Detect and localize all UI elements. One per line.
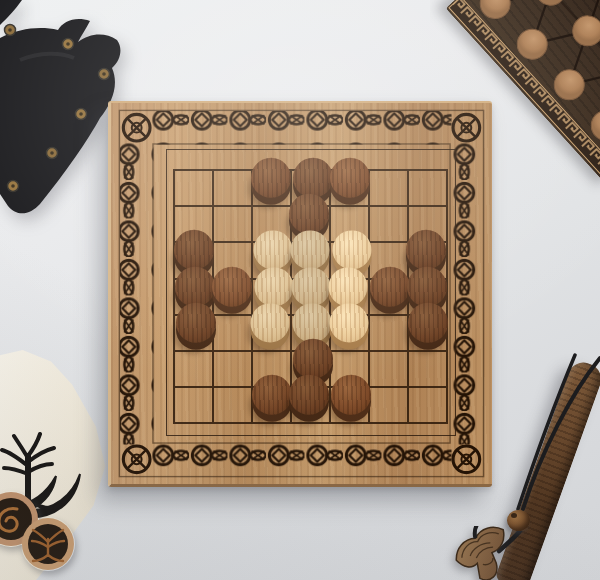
piece-attacker[interactable]	[176, 310, 216, 350]
mjolnir-pendant	[443, 526, 533, 580]
square-g1[interactable]	[409, 388, 448, 424]
square-f1[interactable]	[370, 388, 409, 424]
piece-attacker[interactable]	[370, 273, 410, 313]
piece-attacker[interactable]	[212, 273, 252, 313]
square-d1[interactable]	[292, 388, 331, 424]
square-b7[interactable]	[214, 171, 253, 207]
piece-attacker[interactable]	[408, 310, 448, 350]
square-e3[interactable]	[331, 316, 370, 352]
piece-attacker[interactable]	[289, 382, 329, 422]
wooden-token-tree	[21, 517, 75, 571]
square-f6[interactable]	[370, 207, 409, 243]
square-g7[interactable]	[409, 171, 448, 207]
board-grid	[173, 169, 448, 424]
square-g3[interactable]	[409, 316, 448, 352]
sheath-corner-scrap	[0, 0, 22, 25]
hnefatafl-board	[108, 101, 492, 487]
square-a7[interactable]	[175, 171, 214, 207]
square-e1[interactable]	[331, 388, 370, 424]
square-c1[interactable]	[253, 388, 292, 424]
square-a3[interactable]	[175, 316, 214, 352]
square-c7[interactable]	[253, 171, 292, 207]
square-b4[interactable]	[214, 280, 253, 316]
square-c3[interactable]	[253, 316, 292, 352]
piece-defender[interactable]	[329, 310, 368, 349]
piece-defender[interactable]	[250, 310, 289, 349]
square-a2[interactable]	[175, 352, 214, 388]
square-b1[interactable]	[214, 388, 253, 424]
square-f3[interactable]	[370, 316, 409, 352]
square-b6[interactable]	[214, 207, 253, 243]
piece-attacker[interactable]	[252, 382, 292, 422]
piece-attacker[interactable]	[251, 165, 291, 205]
square-f7[interactable]	[370, 171, 409, 207]
square-b3[interactable]	[214, 316, 253, 352]
square-f2[interactable]	[370, 352, 409, 388]
square-e7[interactable]	[331, 171, 370, 207]
square-b2[interactable]	[214, 352, 253, 388]
piece-attacker[interactable]	[330, 165, 370, 205]
square-a1[interactable]	[175, 388, 214, 424]
square-g2[interactable]	[409, 352, 448, 388]
piece-attacker[interactable]	[331, 382, 371, 422]
photo-scene	[0, 0, 600, 580]
square-f4[interactable]	[370, 280, 409, 316]
